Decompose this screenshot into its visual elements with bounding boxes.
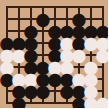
white-stone-glyph: ● [95, 96, 108, 108]
white-stone[interactable]: ● [97, 97, 109, 109]
black-stone-glyph: ● [11, 96, 26, 108]
black-stone-glyph: ● [35, 84, 50, 97]
go-board[interactable]: ●●●●●●●●●●●●●●●●●●●●●●●●●●●●●●●●●●●●●●●●… [0, 0, 108, 108]
black-stone[interactable]: ● [37, 85, 50, 98]
black-stone[interactable]: ● [13, 97, 26, 109]
